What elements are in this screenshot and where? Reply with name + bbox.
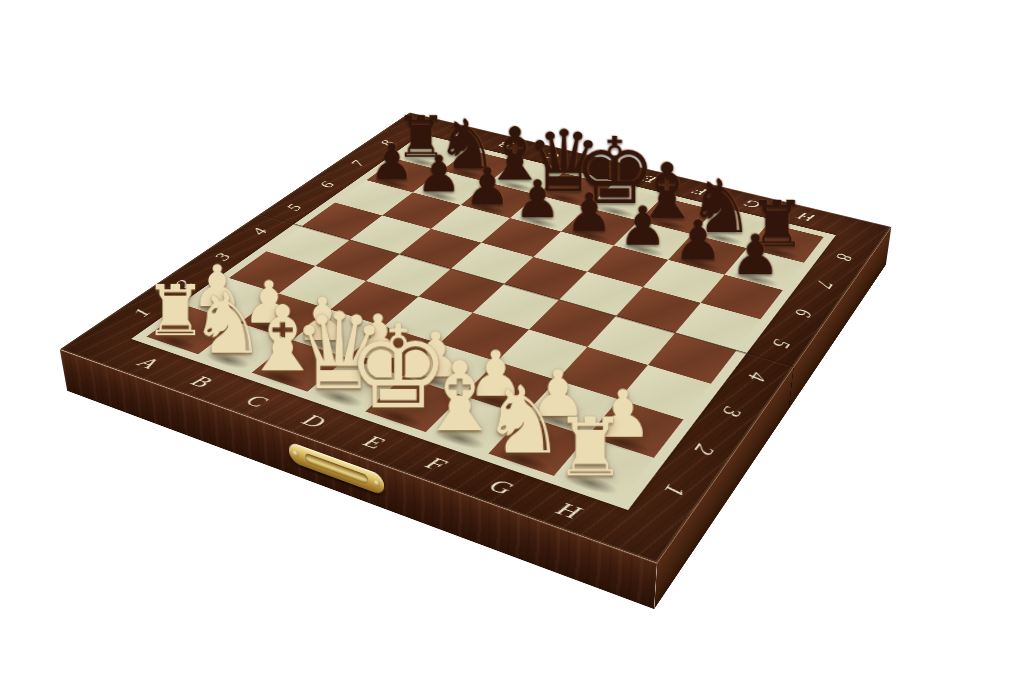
white-rook-glyph: ♜ xyxy=(554,408,626,489)
white-knight-glyph: ♞ xyxy=(482,373,566,467)
chess-set-photo: ABCDEFGH ABCDEFGH 87654321 87654321 ♜♞♝♛… xyxy=(0,0,1024,683)
folding-chess-box: ABCDEFGH ABCDEFGH 87654321 87654321 ♜♞♝♛… xyxy=(60,112,892,563)
rank-label: 8 xyxy=(809,241,880,273)
